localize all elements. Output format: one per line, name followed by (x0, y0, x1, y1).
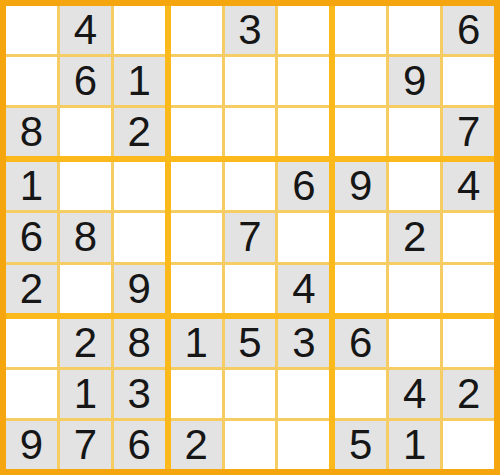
sudoku-cell-r9c9[interactable] (443, 421, 494, 469)
sudoku-cell-r3c4[interactable] (171, 108, 222, 156)
sudoku-cell-r7c4[interactable]: 1 (171, 319, 222, 367)
sudoku-cell-r6c9[interactable] (443, 265, 494, 313)
sudoku-cell-r4c8[interactable] (389, 162, 440, 210)
sudoku-cell-r5c4[interactable] (171, 213, 222, 261)
sudoku-cell-r1c8[interactable] (389, 6, 440, 54)
sudoku-cell-r7c5[interactable]: 5 (225, 319, 276, 367)
sudoku-cell-r6c3[interactable]: 9 (114, 265, 165, 313)
sudoku-cell-r6c7[interactable] (335, 265, 386, 313)
sudoku-cell-r2c9[interactable] (443, 57, 494, 105)
sudoku-cell-r6c6[interactable]: 4 (278, 265, 329, 313)
sudoku-cell-r8c3[interactable]: 3 (114, 370, 165, 418)
sudoku-cell-r1c2[interactable]: 4 (60, 6, 111, 54)
sudoku-cell-r3c5[interactable] (225, 108, 276, 156)
sudoku-cell-r6c4[interactable] (171, 265, 222, 313)
sudoku-cell-r5c7[interactable] (335, 213, 386, 261)
sudoku-cell-r2c6[interactable] (278, 57, 329, 105)
sudoku-cell-r3c6[interactable] (278, 108, 329, 156)
sudoku-cell-r7c2[interactable]: 2 (60, 319, 111, 367)
sudoku-cell-r5c5[interactable]: 7 (225, 213, 276, 261)
sudoku-cell-r8c4[interactable] (171, 370, 222, 418)
sudoku-cell-r7c8[interactable] (389, 319, 440, 367)
sudoku-cell-r5c2[interactable]: 8 (60, 213, 111, 261)
sudoku-cell-r7c6[interactable]: 3 (278, 319, 329, 367)
sudoku-cell-r2c2[interactable]: 6 (60, 57, 111, 105)
sudoku-cell-r3c8[interactable] (389, 108, 440, 156)
sudoku-cell-r9c5[interactable] (225, 421, 276, 469)
sudoku-cell-r5c6[interactable] (278, 213, 329, 261)
sudoku-cell-r3c2[interactable] (60, 108, 111, 156)
sudoku-cell-r2c5[interactable] (225, 57, 276, 105)
sudoku-cell-r1c5[interactable]: 3 (225, 6, 276, 54)
sudoku-cell-r8c7[interactable] (335, 370, 386, 418)
sudoku-cell-r2c4[interactable] (171, 57, 222, 105)
sudoku-cell-r3c3[interactable]: 2 (114, 108, 165, 156)
sudoku-cell-r1c6[interactable] (278, 6, 329, 54)
sudoku-cell-r4c6[interactable]: 6 (278, 162, 329, 210)
sudoku-cell-r9c8[interactable]: 1 (389, 421, 440, 469)
sudoku-cell-r8c5[interactable] (225, 370, 276, 418)
sudoku-cell-r4c7[interactable]: 9 (335, 162, 386, 210)
sudoku-cell-r4c4[interactable] (171, 162, 222, 210)
sudoku-cell-r3c7[interactable] (335, 108, 386, 156)
sudoku-board: 436619827169468722942815361342976251 (0, 0, 500, 475)
sudoku-cell-r6c8[interactable] (389, 265, 440, 313)
sudoku-cell-r8c1[interactable] (6, 370, 57, 418)
sudoku-cell-r1c7[interactable] (335, 6, 386, 54)
sudoku-cell-r5c8[interactable]: 2 (389, 213, 440, 261)
sudoku-cell-r9c1[interactable]: 9 (6, 421, 57, 469)
sudoku-cell-r4c9[interactable]: 4 (443, 162, 494, 210)
sudoku-cell-r5c3[interactable] (114, 213, 165, 261)
sudoku-cell-r6c2[interactable] (60, 265, 111, 313)
sudoku-cell-r8c8[interactable]: 4 (389, 370, 440, 418)
sudoku-cell-r2c7[interactable] (335, 57, 386, 105)
sudoku-cell-r1c3[interactable] (114, 6, 165, 54)
sudoku-cell-r9c3[interactable]: 6 (114, 421, 165, 469)
sudoku-cell-r5c9[interactable] (443, 213, 494, 261)
sudoku-cell-r7c9[interactable] (443, 319, 494, 367)
sudoku-cell-r7c1[interactable] (6, 319, 57, 367)
sudoku-cell-r2c3[interactable]: 1 (114, 57, 165, 105)
sudoku-cell-r9c7[interactable]: 5 (335, 421, 386, 469)
sudoku-cell-r3c1[interactable]: 8 (6, 108, 57, 156)
sudoku-cell-r2c8[interactable]: 9 (389, 57, 440, 105)
sudoku-cell-r1c9[interactable]: 6 (443, 6, 494, 54)
sudoku-cell-r7c7[interactable]: 6 (335, 319, 386, 367)
sudoku-cell-r2c1[interactable] (6, 57, 57, 105)
sudoku-cell-r5c1[interactable]: 6 (6, 213, 57, 261)
sudoku-cell-r3c9[interactable]: 7 (443, 108, 494, 156)
sudoku-cell-r1c4[interactable] (171, 6, 222, 54)
sudoku-cell-r4c3[interactable] (114, 162, 165, 210)
sudoku-cell-r9c4[interactable]: 2 (171, 421, 222, 469)
sudoku-cell-r1c1[interactable] (6, 6, 57, 54)
sudoku-cell-r9c2[interactable]: 7 (60, 421, 111, 469)
sudoku-cell-r4c5[interactable] (225, 162, 276, 210)
sudoku-cell-r4c2[interactable] (60, 162, 111, 210)
sudoku-cell-r9c6[interactable] (278, 421, 329, 469)
sudoku-cell-r4c1[interactable]: 1 (6, 162, 57, 210)
sudoku-cell-r8c6[interactable] (278, 370, 329, 418)
sudoku-cell-r6c5[interactable] (225, 265, 276, 313)
sudoku-cell-r7c3[interactable]: 8 (114, 319, 165, 367)
sudoku-cell-r8c2[interactable]: 1 (60, 370, 111, 418)
sudoku-cell-r6c1[interactable]: 2 (6, 265, 57, 313)
sudoku-cell-r8c9[interactable]: 2 (443, 370, 494, 418)
